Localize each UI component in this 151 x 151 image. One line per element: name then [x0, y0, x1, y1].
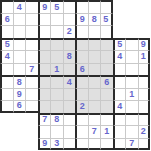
cell-r11c9-given-1[interactable]: 1 — [100, 125, 113, 138]
cell-r7c2-given-8[interactable]: 8 — [13, 75, 26, 88]
cell-r6c9-empty[interactable] — [100, 63, 113, 76]
cell-r4c7-empty[interactable] — [75, 38, 88, 51]
cell-r4c11-empty[interactable] — [125, 38, 138, 51]
cell-r9c1-empty[interactable] — [0, 100, 13, 113]
cell-r12c5-given-3[interactable]: 3 — [50, 138, 63, 151]
outside-area-r12c2 — [13, 138, 26, 151]
cell-r9c6-empty[interactable] — [63, 100, 76, 113]
cell-r6c12-empty[interactable] — [138, 63, 151, 76]
cell-r10c6-empty[interactable] — [63, 113, 76, 126]
outside-area-r2c12 — [138, 13, 151, 26]
cell-r9c8-empty[interactable] — [88, 100, 101, 113]
cell-r5c8-empty[interactable] — [88, 50, 101, 63]
cell-r7c10-empty[interactable] — [113, 75, 126, 88]
cell-r1c2-given-4[interactable]: 4 — [13, 0, 26, 13]
cell-r3c8-empty[interactable] — [88, 25, 101, 38]
cell-r1c1-empty[interactable] — [0, 0, 13, 13]
cell-r5c4-empty[interactable] — [38, 50, 51, 63]
outside-area-r11c3 — [25, 125, 38, 138]
cell-r1c5-given-5[interactable]: 5 — [50, 0, 63, 13]
cell-r1c8-empty[interactable] — [88, 0, 101, 13]
cell-r12c10-empty[interactable] — [113, 138, 126, 151]
cell-r7c6-given-4[interactable]: 4 — [63, 75, 76, 88]
cell-r10c4-given-7[interactable]: 7 — [38, 113, 51, 126]
cell-r3c6-given-2[interactable]: 2 — [63, 25, 76, 38]
cell-r6c11-empty[interactable] — [125, 63, 138, 76]
cell-r9c9-empty[interactable] — [100, 100, 113, 113]
cell-r11c7-empty[interactable] — [75, 125, 88, 138]
cell-r1c4-given-9[interactable]: 9 — [38, 0, 51, 13]
cell-r8c6-empty[interactable] — [63, 88, 76, 101]
cell-r12c12-empty[interactable] — [138, 138, 151, 151]
cell-r8c8-empty[interactable] — [88, 88, 101, 101]
cell-r5c7-empty[interactable] — [75, 50, 88, 63]
cell-r8c2-given-9[interactable]: 9 — [13, 88, 26, 101]
cell-r5c12-given-1[interactable]: 1 — [138, 50, 151, 63]
cell-r7c4-empty[interactable] — [38, 75, 51, 88]
cell-r5c9-empty[interactable] — [100, 50, 113, 63]
cell-r4c9-empty[interactable] — [100, 38, 113, 51]
cell-r6c5-given-1[interactable]: 1 — [50, 63, 63, 76]
cell-r11c6-empty[interactable] — [63, 125, 76, 138]
cell-r3c1-empty[interactable] — [0, 25, 13, 38]
cell-r12c8-empty[interactable] — [88, 138, 101, 151]
cell-r10c7-empty[interactable] — [75, 113, 88, 126]
outside-area-r1c12 — [138, 0, 151, 13]
cell-r6c10-empty[interactable] — [113, 63, 126, 76]
outside-area-r11c2 — [13, 125, 26, 138]
cell-r8c11-given-1[interactable]: 1 — [125, 88, 138, 101]
cell-r6c6-empty[interactable] — [63, 63, 76, 76]
cell-r2c2-empty[interactable] — [13, 13, 26, 26]
cell-r1c3-empty[interactable] — [25, 0, 38, 13]
outside-area-r10c3 — [25, 113, 38, 126]
outside-area-r12c1 — [0, 138, 13, 151]
cell-r3c3-empty[interactable] — [25, 25, 38, 38]
cell-r5c2-empty[interactable] — [13, 50, 26, 63]
cell-r1c7-empty[interactable] — [75, 0, 88, 13]
cell-r7c1-empty[interactable] — [0, 75, 13, 88]
cell-r10c10-empty[interactable] — [113, 113, 126, 126]
cell-r1c9-empty[interactable] — [100, 0, 113, 13]
outside-area-r1c11 — [125, 0, 138, 13]
cell-r9c7-given-2[interactable]: 2 — [75, 100, 88, 113]
cell-r11c5-empty[interactable] — [50, 125, 63, 138]
cell-r3c9-empty[interactable] — [100, 25, 113, 38]
cell-r5c6-given-8[interactable]: 8 — [63, 50, 76, 63]
outside-area-r10c1 — [0, 113, 13, 126]
outside-area-r3c11 — [125, 25, 138, 38]
cell-r4c10-given-5[interactable]: 5 — [113, 38, 126, 51]
cell-r10c8-empty[interactable] — [88, 113, 101, 126]
outside-area-r12c3 — [25, 138, 38, 151]
outside-area-r1c10 — [113, 0, 126, 13]
cell-r9c3-empty[interactable] — [25, 100, 38, 113]
cell-r3c2-empty[interactable] — [13, 25, 26, 38]
cell-r12c11-given-7[interactable]: 7 — [125, 138, 138, 151]
cell-r7c3-empty[interactable] — [25, 75, 38, 88]
cell-r4c5-empty[interactable] — [50, 38, 63, 51]
cell-r2c3-empty[interactable] — [25, 13, 38, 26]
cell-r10c5-given-8[interactable]: 8 — [50, 113, 63, 126]
cell-r6c1-empty[interactable] — [0, 63, 13, 76]
cell-r4c8-empty[interactable] — [88, 38, 101, 51]
cell-r2c9-given-5[interactable]: 5 — [100, 13, 113, 26]
cell-r9c12-empty[interactable] — [138, 100, 151, 113]
cell-r5c10-given-4[interactable]: 4 — [113, 50, 126, 63]
cell-r2c8-given-8[interactable]: 8 — [88, 13, 101, 26]
cell-r8c4-empty[interactable] — [38, 88, 51, 101]
cell-r11c8-given-7[interactable]: 7 — [88, 125, 101, 138]
cell-r5c11-empty[interactable] — [125, 50, 138, 63]
cell-r12c4-given-9[interactable]: 9 — [38, 138, 51, 151]
cell-r12c9-empty[interactable] — [100, 138, 113, 151]
cell-r2c1-given-6[interactable]: 6 — [0, 13, 13, 26]
cell-r4c2-empty[interactable] — [13, 38, 26, 51]
cell-r10c9-empty[interactable] — [100, 113, 113, 126]
cell-r6c7-given-6[interactable]: 6 — [75, 63, 88, 76]
cell-r4c12-given-9[interactable]: 9 — [138, 38, 151, 51]
cell-r2c7-given-9[interactable]: 9 — [75, 13, 88, 26]
cell-r8c3-empty[interactable] — [25, 88, 38, 101]
cell-r8c10-empty[interactable] — [113, 88, 126, 101]
cell-r7c9-given-6[interactable]: 6 — [100, 75, 113, 88]
cell-r9c11-empty[interactable] — [125, 100, 138, 113]
cell-r9c2-given-6[interactable]: 6 — [13, 100, 26, 113]
cell-r2c4-empty[interactable] — [38, 13, 51, 26]
cell-r6c3-given-7[interactable]: 7 — [25, 63, 38, 76]
cell-r8c1-empty[interactable] — [0, 88, 13, 101]
cell-r8c9-empty[interactable] — [100, 88, 113, 101]
cell-r4c3-empty[interactable] — [25, 38, 38, 51]
outside-area-r3c12 — [138, 25, 151, 38]
cell-r8c12-empty[interactable] — [138, 88, 151, 101]
cell-r4c6-empty[interactable] — [63, 38, 76, 51]
cell-r7c12-empty[interactable] — [138, 75, 151, 88]
cell-r9c5-empty[interactable] — [50, 100, 63, 113]
outside-area-r3c10 — [113, 25, 126, 38]
cell-r4c1-given-5[interactable]: 5 — [0, 38, 13, 51]
cell-r11c12-given-2[interactable]: 2 — [138, 125, 151, 138]
outside-area-r2c10 — [113, 13, 126, 26]
cell-r5c3-empty[interactable] — [25, 50, 38, 63]
outside-area-r10c2 — [13, 113, 26, 126]
cell-r7c11-empty[interactable] — [125, 75, 138, 88]
cell-r2c5-empty[interactable] — [50, 13, 63, 26]
cell-r10c11-empty[interactable] — [125, 113, 138, 126]
cell-r7c5-empty[interactable] — [50, 75, 63, 88]
cell-r6c4-empty[interactable] — [38, 63, 51, 76]
cell-r8c7-empty[interactable] — [75, 88, 88, 101]
cell-r4c4-empty[interactable] — [38, 38, 51, 51]
outside-area-r11c1 — [0, 125, 13, 138]
cell-r9c10-given-4[interactable]: 4 — [113, 100, 126, 113]
cell-r9c4-empty[interactable] — [38, 100, 51, 113]
cell-r11c10-empty[interactable] — [113, 125, 126, 138]
cell-r3c5-empty[interactable] — [50, 25, 63, 38]
cell-r5c5-empty[interactable] — [50, 50, 63, 63]
cell-r10c12-empty[interactable] — [138, 113, 151, 126]
outside-area-r2c11 — [125, 13, 138, 26]
cell-r3c4-empty[interactable] — [38, 25, 51, 38]
cell-r5c1-given-4[interactable]: 4 — [0, 50, 13, 63]
cell-r1c6-empty[interactable] — [63, 0, 76, 13]
sudoku-board: 4956985255948417168469162478712937 — [0, 0, 150, 150]
cell-r12c6-empty[interactable] — [63, 138, 76, 151]
cell-r6c2-empty[interactable] — [13, 63, 26, 76]
cell-r2c6-empty[interactable] — [63, 13, 76, 26]
cell-r6c8-empty[interactable] — [88, 63, 101, 76]
cell-r11c4-empty[interactable] — [38, 125, 51, 138]
cell-r7c8-empty[interactable] — [88, 75, 101, 88]
cell-r11c11-empty[interactable] — [125, 125, 138, 138]
cell-r8c5-empty[interactable] — [50, 88, 63, 101]
cell-r7c7-empty[interactable] — [75, 75, 88, 88]
cell-r12c7-empty[interactable] — [75, 138, 88, 151]
cell-r3c7-empty[interactable] — [75, 25, 88, 38]
